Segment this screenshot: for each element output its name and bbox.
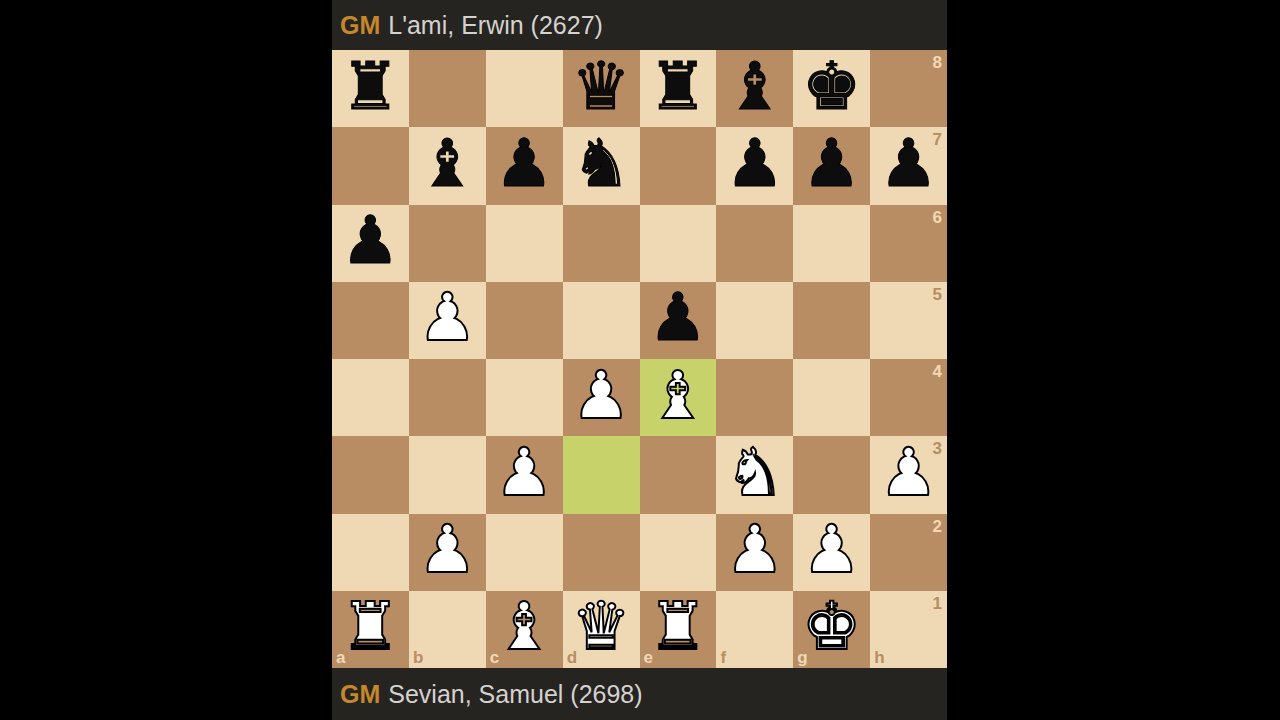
square-d4[interactable]: ♟ <box>563 359 640 436</box>
white-king[interactable]: ♚ <box>802 594 861 660</box>
white-knight[interactable]: ♞ <box>725 440 784 506</box>
square-d6[interactable] <box>563 205 640 282</box>
square-f2[interactable]: ♟ <box>716 514 793 591</box>
square-h6[interactable]: 6 <box>870 205 947 282</box>
white-queen[interactable]: ♛ <box>571 594 630 660</box>
square-e1[interactable]: ♜e <box>640 591 717 668</box>
square-f7[interactable]: ♟ <box>716 127 793 204</box>
square-g1[interactable]: ♚g <box>793 591 870 668</box>
black-rook[interactable]: ♜ <box>648 54 707 120</box>
square-c2[interactable] <box>486 514 563 591</box>
black-bishop[interactable]: ♝ <box>725 54 784 120</box>
square-e8[interactable]: ♜ <box>640 50 717 127</box>
black-pawn[interactable]: ♟ <box>802 131 861 197</box>
white-bishop[interactable]: ♝ <box>495 594 554 660</box>
square-a6[interactable]: ♟ <box>332 205 409 282</box>
black-king[interactable]: ♚ <box>802 54 861 120</box>
square-g3[interactable] <box>793 436 870 513</box>
rank-label-4: 4 <box>933 363 942 380</box>
square-g4[interactable] <box>793 359 870 436</box>
square-f5[interactable] <box>716 282 793 359</box>
square-a4[interactable] <box>332 359 409 436</box>
square-a8[interactable]: ♜ <box>332 50 409 127</box>
square-d2[interactable] <box>563 514 640 591</box>
player-title-black: GM <box>340 11 380 40</box>
square-a7[interactable] <box>332 127 409 204</box>
white-pawn[interactable]: ♟ <box>418 285 477 351</box>
white-pawn[interactable]: ♟ <box>802 517 861 583</box>
file-label-f: f <box>720 649 726 666</box>
rank-label-8: 8 <box>933 54 942 71</box>
square-h8[interactable]: 8 <box>870 50 947 127</box>
square-c5[interactable] <box>486 282 563 359</box>
square-b4[interactable] <box>409 359 486 436</box>
square-g8[interactable]: ♚ <box>793 50 870 127</box>
square-f6[interactable] <box>716 205 793 282</box>
square-c4[interactable] <box>486 359 563 436</box>
square-d8[interactable]: ♛ <box>563 50 640 127</box>
square-h3[interactable]: ♟3 <box>870 436 947 513</box>
white-pawn[interactable]: ♟ <box>571 363 630 429</box>
square-c6[interactable] <box>486 205 563 282</box>
black-pawn[interactable]: ♟ <box>648 285 707 351</box>
square-h7[interactable]: ♟7 <box>870 127 947 204</box>
square-c3[interactable]: ♟ <box>486 436 563 513</box>
black-knight[interactable]: ♞ <box>571 131 630 197</box>
white-pawn[interactable]: ♟ <box>495 440 554 506</box>
black-pawn[interactable]: ♟ <box>495 131 554 197</box>
rank-label-6: 6 <box>933 209 942 226</box>
square-d3[interactable] <box>563 436 640 513</box>
file-label-h: h <box>874 649 884 666</box>
square-c8[interactable] <box>486 50 563 127</box>
player-title-white: GM <box>340 680 380 709</box>
square-e2[interactable] <box>640 514 717 591</box>
game-view: GM L'ami, Erwin (2627) ♜♛♜♝♚8♝♟♞♟♟♟7♟6♟♟… <box>332 0 947 720</box>
rank-label-2: 2 <box>933 518 942 535</box>
square-e5[interactable]: ♟ <box>640 282 717 359</box>
white-pawn[interactable]: ♟ <box>418 517 477 583</box>
square-e6[interactable] <box>640 205 717 282</box>
square-b6[interactable] <box>409 205 486 282</box>
square-h1[interactable]: 1h <box>870 591 947 668</box>
white-pawn[interactable]: ♟ <box>879 440 938 506</box>
player-bar-white: GM Sevian, Samuel (2698) <box>332 668 947 720</box>
black-bishop[interactable]: ♝ <box>418 131 477 197</box>
rank-label-1: 1 <box>933 595 942 612</box>
square-b5[interactable]: ♟ <box>409 282 486 359</box>
square-b3[interactable] <box>409 436 486 513</box>
square-g6[interactable] <box>793 205 870 282</box>
square-e4[interactable]: ♝ <box>640 359 717 436</box>
square-e7[interactable] <box>640 127 717 204</box>
square-g5[interactable] <box>793 282 870 359</box>
square-a5[interactable] <box>332 282 409 359</box>
square-b8[interactable] <box>409 50 486 127</box>
square-d7[interactable]: ♞ <box>563 127 640 204</box>
player-name-black: L'ami, Erwin (2627) <box>388 11 603 40</box>
square-h4[interactable]: 4 <box>870 359 947 436</box>
black-rook[interactable]: ♜ <box>341 54 400 120</box>
square-h2[interactable]: 2 <box>870 514 947 591</box>
square-c7[interactable]: ♟ <box>486 127 563 204</box>
square-a3[interactable] <box>332 436 409 513</box>
square-f8[interactable]: ♝ <box>716 50 793 127</box>
file-label-b: b <box>413 649 423 666</box>
player-bar-black: GM L'ami, Erwin (2627) <box>332 0 947 50</box>
square-g7[interactable]: ♟ <box>793 127 870 204</box>
square-a1[interactable]: ♜a <box>332 591 409 668</box>
white-pawn[interactable]: ♟ <box>725 517 784 583</box>
square-h5[interactable]: 5 <box>870 282 947 359</box>
chess-board[interactable]: ♜♛♜♝♚8♝♟♞♟♟♟7♟6♟♟5♟♝4♟♞♟3♟♟♟2♜ab♝c♛d♜ef♚… <box>332 50 947 668</box>
square-g2[interactable]: ♟ <box>793 514 870 591</box>
square-d1[interactable]: ♛d <box>563 591 640 668</box>
white-rook[interactable]: ♜ <box>648 594 707 660</box>
square-e3[interactable] <box>640 436 717 513</box>
black-queen[interactable]: ♛ <box>571 54 630 120</box>
square-b2[interactable]: ♟ <box>409 514 486 591</box>
black-pawn[interactable]: ♟ <box>879 131 938 197</box>
black-pawn[interactable]: ♟ <box>341 208 400 274</box>
black-pawn[interactable]: ♟ <box>725 131 784 197</box>
white-bishop[interactable]: ♝ <box>648 363 707 429</box>
square-d5[interactable] <box>563 282 640 359</box>
square-f4[interactable] <box>716 359 793 436</box>
square-f3[interactable]: ♞ <box>716 436 793 513</box>
square-b7[interactable]: ♝ <box>409 127 486 204</box>
square-f1[interactable]: f <box>716 591 793 668</box>
square-b1[interactable]: b <box>409 591 486 668</box>
white-rook[interactable]: ♜ <box>341 594 400 660</box>
square-a2[interactable] <box>332 514 409 591</box>
square-c1[interactable]: ♝c <box>486 591 563 668</box>
rank-label-5: 5 <box>933 286 942 303</box>
player-name-white: Sevian, Samuel (2698) <box>388 680 642 709</box>
